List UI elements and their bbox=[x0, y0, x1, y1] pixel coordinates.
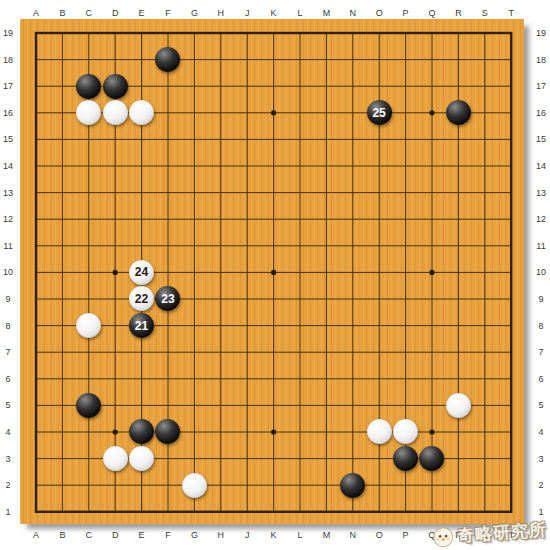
column-label-top-S: S bbox=[475, 7, 495, 19]
column-label-bottom-J: J bbox=[237, 529, 257, 541]
stone-white-D3[interactable] bbox=[103, 446, 128, 471]
go-diagram-page: 2524222321 ABCDEFGHJKLMNOPQRST ABCDEFGHJ… bbox=[0, 0, 550, 550]
stone-black-E4[interactable] bbox=[129, 419, 154, 444]
column-label-bottom-F: F bbox=[158, 529, 178, 541]
column-label-top-T: T bbox=[501, 7, 521, 19]
stone-black-F4[interactable] bbox=[155, 419, 180, 444]
stone-black-F18[interactable] bbox=[155, 47, 180, 72]
column-label-bottom-K: K bbox=[264, 529, 284, 541]
row-label-left-15: 15 bbox=[0, 133, 16, 145]
stone-white-D16[interactable] bbox=[103, 100, 128, 125]
row-label-left-9: 9 bbox=[0, 293, 16, 305]
stone-black-N2[interactable] bbox=[340, 473, 365, 498]
column-label-top-N: N bbox=[343, 7, 363, 19]
stone-white-E3[interactable] bbox=[129, 446, 154, 471]
row-label-left-12: 12 bbox=[0, 213, 16, 225]
column-label-top-K: K bbox=[264, 7, 284, 19]
column-label-top-M: M bbox=[316, 7, 336, 19]
stone-white-C16[interactable] bbox=[76, 100, 101, 125]
column-label-top-J: J bbox=[237, 7, 257, 19]
move-22-stone-white-E9[interactable]: 22 bbox=[129, 286, 154, 311]
stone-black-R16[interactable] bbox=[446, 100, 471, 125]
column-label-bottom-R: R bbox=[448, 529, 468, 541]
row-label-right-19: 19 bbox=[531, 27, 550, 39]
row-label-left-2: 2 bbox=[0, 479, 16, 491]
column-label-top-F: F bbox=[158, 7, 178, 19]
row-label-left-17: 17 bbox=[0, 80, 16, 92]
row-label-right-2: 2 bbox=[531, 479, 550, 491]
column-label-bottom-G: G bbox=[184, 529, 204, 541]
row-label-left-5: 5 bbox=[0, 399, 16, 411]
column-label-bottom-L: L bbox=[290, 529, 310, 541]
column-label-bottom-O: O bbox=[369, 529, 389, 541]
row-label-left-11: 11 bbox=[0, 240, 16, 252]
column-label-top-P: P bbox=[396, 7, 416, 19]
move-number-label: 22 bbox=[135, 293, 148, 305]
column-label-top-R: R bbox=[448, 7, 468, 19]
row-label-left-4: 4 bbox=[0, 426, 16, 438]
row-label-left-6: 6 bbox=[0, 373, 16, 385]
stone-black-C17[interactable] bbox=[76, 74, 101, 99]
row-label-left-13: 13 bbox=[0, 187, 16, 199]
column-label-bottom-S: S bbox=[475, 529, 495, 541]
column-label-bottom-A: A bbox=[26, 529, 46, 541]
column-label-bottom-D: D bbox=[105, 529, 125, 541]
column-label-top-C: C bbox=[79, 7, 99, 19]
column-label-bottom-T: T bbox=[501, 529, 521, 541]
stone-black-P3[interactable] bbox=[393, 446, 418, 471]
stone-black-C5[interactable] bbox=[76, 393, 101, 418]
column-label-bottom-N: N bbox=[343, 529, 363, 541]
row-label-right-6: 6 bbox=[531, 373, 550, 385]
row-label-right-5: 5 bbox=[531, 399, 550, 411]
row-label-left-7: 7 bbox=[0, 346, 16, 358]
row-label-right-12: 12 bbox=[531, 213, 550, 225]
row-label-left-19: 19 bbox=[0, 27, 16, 39]
row-label-right-10: 10 bbox=[531, 266, 550, 278]
column-label-top-O: O bbox=[369, 7, 389, 19]
column-label-top-G: G bbox=[184, 7, 204, 19]
stones-grid[interactable]: 2524222321 bbox=[23, 20, 524, 525]
row-label-right-15: 15 bbox=[531, 133, 550, 145]
stone-black-D17[interactable] bbox=[103, 74, 128, 99]
stone-white-G2[interactable] bbox=[182, 473, 207, 498]
stone-black-Q3[interactable] bbox=[419, 446, 444, 471]
column-label-bottom-B: B bbox=[52, 529, 72, 541]
row-label-right-13: 13 bbox=[531, 187, 550, 199]
row-label-left-16: 16 bbox=[0, 107, 16, 119]
move-number-label: 23 bbox=[161, 293, 174, 305]
column-label-bottom-E: E bbox=[132, 529, 152, 541]
column-label-top-L: L bbox=[290, 7, 310, 19]
move-24-stone-white-E10[interactable]: 24 bbox=[129, 260, 154, 285]
stone-white-C8[interactable] bbox=[76, 313, 101, 338]
column-label-bottom-C: C bbox=[79, 529, 99, 541]
row-label-left-18: 18 bbox=[0, 54, 16, 66]
row-label-right-9: 9 bbox=[531, 293, 550, 305]
column-label-bottom-P: P bbox=[396, 529, 416, 541]
stone-white-P4[interactable] bbox=[393, 419, 418, 444]
stone-white-E16[interactable] bbox=[129, 100, 154, 125]
column-label-top-H: H bbox=[211, 7, 231, 19]
row-label-right-7: 7 bbox=[531, 346, 550, 358]
row-label-left-3: 3 bbox=[0, 453, 16, 465]
row-label-right-14: 14 bbox=[531, 160, 550, 172]
column-label-top-E: E bbox=[132, 7, 152, 19]
move-21-stone-black-E8[interactable]: 21 bbox=[129, 313, 154, 338]
column-label-top-B: B bbox=[52, 7, 72, 19]
row-label-right-8: 8 bbox=[531, 320, 550, 332]
column-label-bottom-Q: Q bbox=[422, 529, 442, 541]
row-label-right-17: 17 bbox=[531, 80, 550, 92]
row-label-left-8: 8 bbox=[0, 320, 16, 332]
column-label-bottom-H: H bbox=[211, 529, 231, 541]
row-label-left-10: 10 bbox=[0, 266, 16, 278]
move-number-label: 24 bbox=[135, 266, 148, 278]
row-label-left-14: 14 bbox=[0, 160, 16, 172]
column-label-top-Q: Q bbox=[422, 7, 442, 19]
move-25-stone-black-O16[interactable]: 25 bbox=[367, 100, 392, 125]
row-label-right-3: 3 bbox=[531, 453, 550, 465]
row-label-right-1: 1 bbox=[531, 506, 550, 518]
row-label-right-4: 4 bbox=[531, 426, 550, 438]
column-label-bottom-M: M bbox=[316, 529, 336, 541]
row-label-left-1: 1 bbox=[0, 506, 16, 518]
row-label-right-16: 16 bbox=[531, 107, 550, 119]
stone-white-R5[interactable] bbox=[446, 393, 471, 418]
move-23-stone-black-F9[interactable]: 23 bbox=[155, 286, 180, 311]
column-label-top-D: D bbox=[105, 7, 125, 19]
move-number-label: 21 bbox=[135, 320, 148, 332]
go-board[interactable]: 2524222321 bbox=[20, 19, 524, 524]
row-label-right-18: 18 bbox=[531, 54, 550, 66]
stone-white-O4[interactable] bbox=[367, 419, 392, 444]
move-number-label: 25 bbox=[372, 107, 385, 119]
row-label-right-11: 11 bbox=[531, 240, 550, 252]
column-label-top-A: A bbox=[26, 7, 46, 19]
